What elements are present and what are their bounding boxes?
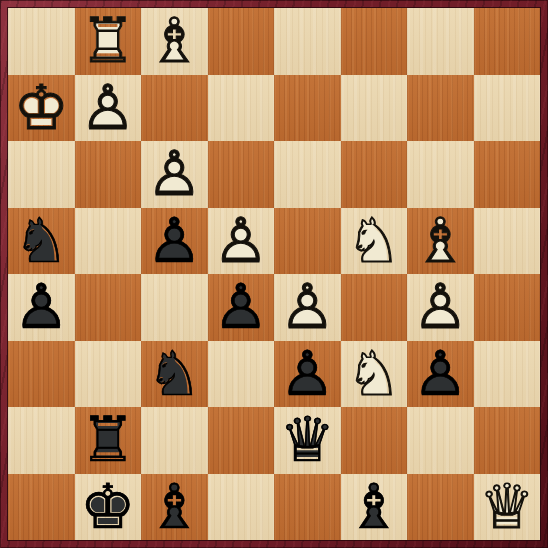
square-a6[interactable] [8, 141, 75, 208]
square-d3[interactable] [208, 341, 275, 408]
white-knight-icon: ♞♘ [341, 341, 408, 408]
black-queen-icon: ♛♕ [274, 407, 341, 474]
square-f2[interactable] [341, 407, 408, 474]
square-e5[interactable] [274, 208, 341, 275]
square-h7[interactable] [474, 75, 541, 142]
black-knight-icon: ♞♘ [8, 208, 75, 275]
square-c6[interactable]: ♟♙ [141, 141, 208, 208]
chess-board: ♜♖♝♗♚♔♟♙♟♙♞♘♟♙♟♙♞♘♝♗♟♙♟♙♟♙♟♙♞♘♟♙♞♘♟♙♜♖♛♕… [8, 8, 540, 540]
black-pawn-icon: ♟♙ [407, 341, 474, 408]
square-c1[interactable]: ♝♗ [141, 474, 208, 541]
square-c8[interactable]: ♝♗ [141, 8, 208, 75]
square-a2[interactable] [8, 407, 75, 474]
square-e6[interactable] [274, 141, 341, 208]
square-f6[interactable] [341, 141, 408, 208]
black-knight-icon: ♞♘ [141, 341, 208, 408]
white-pawn-icon: ♟♙ [407, 274, 474, 341]
square-f3[interactable]: ♞♘ [341, 341, 408, 408]
square-a4[interactable]: ♟♙ [8, 274, 75, 341]
white-knight-icon: ♞♘ [341, 208, 408, 275]
square-c7[interactable] [141, 75, 208, 142]
square-f4[interactable] [341, 274, 408, 341]
square-d5[interactable]: ♟♙ [208, 208, 275, 275]
board-frame: ♜♖♝♗♚♔♟♙♟♙♞♘♟♙♟♙♞♘♝♗♟♙♟♙♟♙♟♙♞♘♟♙♞♘♟♙♜♖♛♕… [0, 0, 548, 548]
white-king-icon: ♚♔ [8, 75, 75, 142]
square-b4[interactable] [75, 274, 142, 341]
black-pawn-icon: ♟♙ [208, 274, 275, 341]
square-g6[interactable] [407, 141, 474, 208]
white-pawn-icon: ♟♙ [208, 208, 275, 275]
square-a5[interactable]: ♞♘ [8, 208, 75, 275]
square-e1[interactable] [274, 474, 341, 541]
square-c3[interactable]: ♞♘ [141, 341, 208, 408]
square-d2[interactable] [208, 407, 275, 474]
square-f8[interactable] [341, 8, 408, 75]
square-g1[interactable] [407, 474, 474, 541]
square-f5[interactable]: ♞♘ [341, 208, 408, 275]
square-e3[interactable]: ♟♙ [274, 341, 341, 408]
black-bishop-icon: ♝♗ [141, 474, 208, 541]
white-queen-icon: ♛♕ [474, 474, 541, 541]
square-e4[interactable]: ♟♙ [274, 274, 341, 341]
square-h1[interactable]: ♛♕ [474, 474, 541, 541]
square-g7[interactable] [407, 75, 474, 142]
square-h6[interactable] [474, 141, 541, 208]
square-d1[interactable] [208, 474, 275, 541]
square-g5[interactable]: ♝♗ [407, 208, 474, 275]
square-a7[interactable]: ♚♔ [8, 75, 75, 142]
square-h3[interactable] [474, 341, 541, 408]
white-rook-icon: ♜♖ [75, 8, 142, 75]
black-pawn-icon: ♟♙ [141, 208, 208, 275]
square-g3[interactable]: ♟♙ [407, 341, 474, 408]
square-h8[interactable] [474, 8, 541, 75]
square-a8[interactable] [8, 8, 75, 75]
black-rook-icon: ♜♖ [75, 407, 142, 474]
white-bishop-icon: ♝♗ [407, 208, 474, 275]
black-pawn-icon: ♟♙ [274, 341, 341, 408]
square-h5[interactable] [474, 208, 541, 275]
square-d8[interactable] [208, 8, 275, 75]
square-b3[interactable] [75, 341, 142, 408]
square-c4[interactable] [141, 274, 208, 341]
square-d6[interactable] [208, 141, 275, 208]
black-bishop-icon: ♝♗ [341, 474, 408, 541]
square-e7[interactable] [274, 75, 341, 142]
square-g8[interactable] [407, 8, 474, 75]
square-a3[interactable] [8, 341, 75, 408]
square-b6[interactable] [75, 141, 142, 208]
square-d7[interactable] [208, 75, 275, 142]
square-b1[interactable]: ♚♔ [75, 474, 142, 541]
square-b5[interactable] [75, 208, 142, 275]
square-b2[interactable]: ♜♖ [75, 407, 142, 474]
square-f1[interactable]: ♝♗ [341, 474, 408, 541]
square-e8[interactable] [274, 8, 341, 75]
white-pawn-icon: ♟♙ [75, 75, 142, 142]
square-f7[interactable] [341, 75, 408, 142]
square-e2[interactable]: ♛♕ [274, 407, 341, 474]
black-pawn-icon: ♟♙ [8, 274, 75, 341]
square-g2[interactable] [407, 407, 474, 474]
square-b8[interactable]: ♜♖ [75, 8, 142, 75]
square-a1[interactable] [8, 474, 75, 541]
white-pawn-icon: ♟♙ [274, 274, 341, 341]
white-pawn-icon: ♟♙ [141, 141, 208, 208]
square-h4[interactable] [474, 274, 541, 341]
white-bishop-icon: ♝♗ [141, 8, 208, 75]
square-g4[interactable]: ♟♙ [407, 274, 474, 341]
square-h2[interactable] [474, 407, 541, 474]
square-b7[interactable]: ♟♙ [75, 75, 142, 142]
square-c5[interactable]: ♟♙ [141, 208, 208, 275]
square-d4[interactable]: ♟♙ [208, 274, 275, 341]
black-king-icon: ♚♔ [75, 474, 142, 541]
square-c2[interactable] [141, 407, 208, 474]
